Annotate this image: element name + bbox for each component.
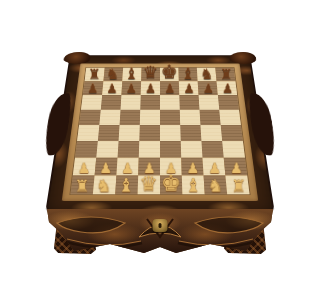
white-rook-piece: ♜ [231, 178, 246, 194]
black-bishop-piece: ♝ [125, 66, 139, 82]
board-square [218, 95, 239, 110]
board-square: ♝ [182, 176, 205, 195]
board-square: ♟ [83, 81, 104, 95]
white-knight-piece: ♞ [208, 177, 224, 194]
board-square [79, 110, 101, 125]
carved-frame: ♜♞♝♛♚♝♞♜♟♟♟♟♟♟♟♟♟♟♟♟♟♟♟♟♜♞♝♛♚♝♞♜ [45, 55, 275, 214]
board-square: ♟ [160, 81, 179, 95]
black-pawn-piece: ♟ [125, 83, 136, 96]
black-knight-piece: ♞ [200, 67, 213, 82]
board-square [101, 95, 122, 110]
board-square [160, 141, 181, 158]
board-square: ♜ [215, 68, 235, 81]
board-square: ♜ [70, 176, 94, 195]
board-square: ♟ [179, 81, 199, 95]
board-square [119, 125, 140, 141]
board-square [221, 125, 243, 141]
board-square: ♝ [178, 68, 197, 81]
black-pawn-piece: ♟ [164, 83, 175, 96]
black-pawn-piece: ♟ [87, 83, 98, 96]
board-square: ♟ [217, 81, 238, 95]
black-pawn-piece: ♟ [183, 83, 194, 96]
white-pawn-piece: ♟ [77, 162, 90, 176]
white-bishop-piece: ♝ [118, 176, 135, 194]
board-square [180, 110, 201, 125]
board-square: ♞ [103, 68, 123, 81]
white-pawn-piece: ♟ [99, 162, 112, 176]
white-pawn-piece: ♟ [230, 162, 243, 176]
board-margin: ♜♞♝♛♚♝♞♜♟♟♟♟♟♟♟♟♟♟♟♟♟♟♟♟♜♞♝♛♚♝♞♜ [62, 63, 258, 201]
board-square: ♟ [224, 158, 247, 176]
board-square: ♟ [121, 81, 141, 95]
board-square: ♟ [95, 158, 118, 176]
black-queen-piece: ♛ [143, 64, 158, 81]
board-square [199, 110, 220, 125]
board-square: ♟ [198, 81, 218, 95]
black-pawn-piece: ♟ [203, 83, 214, 96]
black-pawn-piece: ♟ [145, 83, 156, 96]
board-square [140, 95, 160, 110]
board-square: ♟ [102, 81, 122, 95]
board-square [75, 141, 98, 158]
board-square: ♟ [116, 158, 138, 176]
board-square: ♛ [141, 68, 160, 81]
white-king-piece: ♚ [161, 172, 181, 194]
board-square: ♞ [204, 176, 228, 195]
board-square [77, 125, 99, 141]
black-pawn-piece: ♟ [222, 83, 233, 96]
board-square [201, 141, 223, 158]
carved-apron [47, 209, 273, 255]
board-square [139, 125, 160, 141]
scroll-carving-icon [47, 209, 273, 255]
white-queen-piece: ♛ [140, 174, 158, 194]
board-square: ♝ [115, 176, 138, 195]
board-square [120, 110, 141, 125]
black-rook-piece: ♜ [88, 68, 101, 82]
black-knight-piece: ♞ [106, 67, 119, 82]
board-square: ♟ [202, 158, 225, 176]
corner-scroll-carving-icon [63, 52, 92, 64]
board-square [118, 141, 140, 158]
board-square [219, 110, 241, 125]
corner-scroll-carving-icon [229, 52, 258, 64]
board-square [179, 95, 199, 110]
board-square [99, 110, 120, 125]
board-square [222, 141, 245, 158]
board-square: ♜ [85, 68, 105, 81]
board-square [139, 141, 160, 158]
board-square: ♞ [93, 176, 117, 195]
clasp-icon [153, 219, 168, 232]
board-square [200, 125, 222, 141]
board-square: ♛ [138, 176, 160, 195]
board-square [181, 141, 203, 158]
chess-box-top: ♜♞♝♛♚♝♞♜♟♟♟♟♟♟♟♟♟♟♟♟♟♟♟♟♜♞♝♛♚♝♞♜ [45, 0, 275, 214]
board-square [160, 95, 180, 110]
white-rook-piece: ♜ [74, 178, 89, 194]
chess-board: ♜♞♝♛♚♝♞♜♟♟♟♟♟♟♟♟♟♟♟♟♟♟♟♟♜♞♝♛♚♝♞♜ [69, 67, 250, 195]
board-square: ♝ [122, 68, 141, 81]
board-square [160, 110, 180, 125]
product-photo: ♜♞♝♛♚♝♞♜♟♟♟♟♟♟♟♟♟♟♟♟♟♟♟♟♜♞♝♛♚♝♞♜ [10, 0, 310, 300]
board-square [96, 141, 118, 158]
board-square [199, 95, 220, 110]
board-square [180, 125, 201, 141]
board-square [81, 95, 102, 110]
board-square: ♟ [141, 81, 160, 95]
board-square [140, 110, 160, 125]
white-knight-piece: ♞ [96, 177, 112, 194]
white-pawn-piece: ♟ [208, 162, 221, 176]
right-scroll-carving-icon [247, 93, 278, 155]
board-square [121, 95, 141, 110]
black-pawn-piece: ♟ [106, 83, 117, 96]
board-square: ♜ [225, 176, 249, 195]
board-square: ♟ [181, 158, 203, 176]
board-square: ♞ [197, 68, 217, 81]
board-square: ♚ [160, 68, 179, 81]
board-square [98, 125, 120, 141]
white-bishop-piece: ♝ [185, 176, 202, 194]
board-square: ♟ [73, 158, 96, 176]
black-king-piece: ♚ [161, 63, 178, 82]
black-rook-piece: ♜ [220, 68, 233, 82]
board-square [160, 125, 181, 141]
black-bishop-piece: ♝ [181, 66, 195, 82]
board-square: ♚ [160, 176, 182, 195]
